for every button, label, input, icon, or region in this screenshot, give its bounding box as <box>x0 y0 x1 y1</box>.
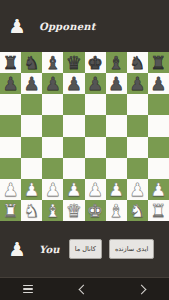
square-b7[interactable]: ♟ <box>21 73 42 94</box>
piece-black-pawn: ♟ <box>150 73 166 94</box>
square-f1[interactable]: ♝ <box>106 200 127 221</box>
square-d8[interactable]: ♛ <box>63 52 84 73</box>
square-b5[interactable] <box>21 115 42 136</box>
piece-black-bishop: ♝ <box>45 52 61 73</box>
square-c5[interactable] <box>42 115 63 136</box>
square-a2[interactable]: ♟ <box>0 179 21 200</box>
piece-black-pawn: ♟ <box>45 73 61 94</box>
square-b8[interactable]: ♞ <box>21 52 42 73</box>
piece-white-pawn: ♟ <box>87 179 103 200</box>
opponent-pawn-icon: ♟ <box>8 17 26 36</box>
piece-black-pawn: ♟ <box>2 73 18 94</box>
forward-chevron-icon[interactable] <box>113 286 169 293</box>
you-bar: ♟ You کانال ما ایدی سازنده <box>0 221 169 277</box>
piece-black-pawn: ♟ <box>24 73 40 94</box>
square-d4[interactable] <box>63 137 84 158</box>
piece-white-pawn: ♟ <box>150 179 166 200</box>
square-e4[interactable] <box>85 137 106 158</box>
piece-white-rook: ♜ <box>150 200 166 221</box>
square-c4[interactable] <box>42 137 63 158</box>
square-a1[interactable]: ♜ <box>0 200 21 221</box>
piece-white-queen: ♛ <box>66 200 82 221</box>
square-e2[interactable]: ♟ <box>85 179 106 200</box>
piece-white-pawn: ♟ <box>45 179 61 200</box>
square-d1[interactable]: ♛ <box>63 200 84 221</box>
square-b4[interactable] <box>21 137 42 158</box>
piece-white-knight: ♞ <box>129 200 145 221</box>
back-chevron-icon[interactable] <box>57 286 113 293</box>
channel-button[interactable]: کانال ما <box>69 239 102 259</box>
piece-white-pawn: ♟ <box>24 179 40 200</box>
square-f7[interactable]: ♟ <box>106 73 127 94</box>
piece-black-queen: ♛ <box>66 52 82 73</box>
square-b2[interactable]: ♟ <box>21 179 42 200</box>
piece-white-pawn: ♟ <box>129 179 145 200</box>
piece-black-pawn: ♟ <box>129 73 145 94</box>
square-d6[interactable] <box>63 94 84 115</box>
creator-id-button[interactable]: ایدی سازنده <box>109 239 154 259</box>
piece-white-rook: ♜ <box>2 200 18 221</box>
piece-white-pawn: ♟ <box>2 179 18 200</box>
square-g3[interactable] <box>127 158 148 179</box>
square-e8[interactable]: ♚ <box>85 52 106 73</box>
square-c6[interactable] <box>42 94 63 115</box>
square-a8[interactable]: ♜ <box>0 52 21 73</box>
piece-white-pawn: ♟ <box>66 179 82 200</box>
piece-black-rook: ♜ <box>150 52 166 73</box>
square-g8[interactable]: ♞ <box>127 52 148 73</box>
square-c8[interactable]: ♝ <box>42 52 63 73</box>
square-g5[interactable] <box>127 115 148 136</box>
chess-board: ♜♞♝♛♚♝♞♜♟♟♟♟♟♟♟♟♟♟♟♟♟♟♟♟♜♞♝♛♚♝♞♜ <box>0 52 169 221</box>
piece-black-knight: ♞ <box>129 52 145 73</box>
piece-black-king: ♚ <box>87 52 103 73</box>
square-b1[interactable]: ♞ <box>21 200 42 221</box>
square-e3[interactable] <box>85 158 106 179</box>
square-a3[interactable] <box>0 158 21 179</box>
square-f8[interactable]: ♝ <box>106 52 127 73</box>
chess-app-screen: ♟ Opponent ♜♞♝♛♚♝♞♜♟♟♟♟♟♟♟♟♟♟♟♟♟♟♟♟♜♞♝♛♚… <box>0 0 169 300</box>
piece-white-pawn: ♟ <box>108 179 124 200</box>
square-g2[interactable]: ♟ <box>127 179 148 200</box>
you-label: You <box>39 244 60 255</box>
square-a6[interactable] <box>0 94 21 115</box>
square-f5[interactable] <box>106 115 127 136</box>
square-a4[interactable] <box>0 137 21 158</box>
square-d2[interactable]: ♟ <box>63 179 84 200</box>
square-c1[interactable]: ♝ <box>42 200 63 221</box>
square-d3[interactable] <box>63 158 84 179</box>
square-g1[interactable]: ♞ <box>127 200 148 221</box>
square-h8[interactable]: ♜ <box>148 52 169 73</box>
square-e1[interactable]: ♚ <box>85 200 106 221</box>
square-c2[interactable]: ♟ <box>42 179 63 200</box>
square-h6[interactable] <box>148 94 169 115</box>
square-b3[interactable] <box>21 158 42 179</box>
square-h5[interactable] <box>148 115 169 136</box>
piece-black-pawn: ♟ <box>87 73 103 94</box>
square-a7[interactable]: ♟ <box>0 73 21 94</box>
square-d7[interactable]: ♟ <box>63 73 84 94</box>
square-g7[interactable]: ♟ <box>127 73 148 94</box>
square-e5[interactable] <box>85 115 106 136</box>
square-b6[interactable] <box>21 94 42 115</box>
square-f3[interactable] <box>106 158 127 179</box>
square-c3[interactable] <box>42 158 63 179</box>
square-h3[interactable] <box>148 158 169 179</box>
piece-white-king: ♚ <box>87 200 103 221</box>
android-nav-bar <box>0 277 169 300</box>
square-f6[interactable] <box>106 94 127 115</box>
square-h7[interactable]: ♟ <box>148 73 169 94</box>
piece-white-bishop: ♝ <box>45 200 61 221</box>
square-e7[interactable]: ♟ <box>85 73 106 94</box>
piece-white-bishop: ♝ <box>108 200 124 221</box>
piece-black-bishop: ♝ <box>108 52 124 73</box>
piece-black-pawn: ♟ <box>66 73 82 94</box>
square-e6[interactable] <box>85 94 106 115</box>
square-h2[interactable]: ♟ <box>148 179 169 200</box>
square-c7[interactable]: ♟ <box>42 73 63 94</box>
you-pawn-icon: ♟ <box>8 240 26 259</box>
piece-white-knight: ♞ <box>24 200 40 221</box>
square-d5[interactable] <box>63 115 84 136</box>
square-h1[interactable]: ♜ <box>148 200 169 221</box>
square-g4[interactable] <box>127 137 148 158</box>
square-g6[interactable] <box>127 94 148 115</box>
piece-black-rook: ♜ <box>2 52 18 73</box>
opponent-label: Opponent <box>39 21 96 32</box>
square-a5[interactable] <box>0 115 21 136</box>
square-f4[interactable] <box>106 137 127 158</box>
square-f2[interactable]: ♟ <box>106 179 127 200</box>
square-h4[interactable] <box>148 137 169 158</box>
opponent-bar: ♟ Opponent <box>0 0 169 52</box>
piece-black-pawn: ♟ <box>108 73 124 94</box>
piece-black-knight: ♞ <box>24 52 40 73</box>
menu-icon[interactable] <box>0 285 56 293</box>
